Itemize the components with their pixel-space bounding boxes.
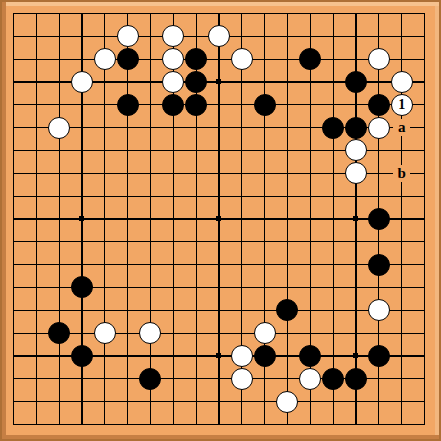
point-label-b: b xyxy=(393,165,410,182)
move-number-label: 1 xyxy=(398,98,405,112)
black-stone xyxy=(345,368,367,390)
star-point xyxy=(216,353,221,358)
black-stone xyxy=(368,254,390,276)
white-stone xyxy=(94,322,116,344)
black-stone xyxy=(345,117,367,139)
black-stone xyxy=(117,94,139,116)
black-stone xyxy=(368,94,390,116)
black-stone xyxy=(185,71,207,93)
grid-line-horizontal xyxy=(13,424,425,425)
black-stone xyxy=(162,94,184,116)
star-point xyxy=(216,79,221,84)
grid-line-horizontal xyxy=(13,264,425,265)
white-stone xyxy=(368,48,390,70)
black-stone xyxy=(299,345,321,367)
white-stone xyxy=(345,139,367,161)
black-stone xyxy=(368,345,390,367)
grid-line-vertical xyxy=(333,13,334,425)
star-point xyxy=(353,353,358,358)
black-stone xyxy=(71,345,93,367)
white-stone xyxy=(162,71,184,93)
star-point xyxy=(79,216,84,221)
grid-line-vertical xyxy=(424,13,425,425)
black-stone xyxy=(71,276,93,298)
black-stone xyxy=(185,48,207,70)
black-stone xyxy=(345,71,367,93)
black-stone xyxy=(299,48,321,70)
white-stone xyxy=(231,48,253,70)
white-stone xyxy=(162,25,184,47)
white-stone xyxy=(254,322,276,344)
white-stone xyxy=(94,48,116,70)
white-stone xyxy=(231,368,253,390)
black-stone xyxy=(117,48,139,70)
white-stone xyxy=(208,25,230,47)
star-point xyxy=(353,216,358,221)
grid-line-vertical xyxy=(287,13,288,425)
black-stone xyxy=(276,299,298,321)
white-stone xyxy=(345,162,367,184)
black-stone xyxy=(139,368,161,390)
black-stone xyxy=(322,368,344,390)
go-board: 1ab xyxy=(0,0,441,441)
white-stone xyxy=(48,117,70,139)
white-stone xyxy=(162,48,184,70)
grid-line-horizontal xyxy=(13,310,425,311)
black-stone xyxy=(322,117,344,139)
white-stone xyxy=(276,391,298,413)
white-stone xyxy=(368,299,390,321)
marked-white-stone: 1 xyxy=(391,94,413,116)
white-stone xyxy=(368,117,390,139)
white-stone xyxy=(117,25,139,47)
grid-line-horizontal xyxy=(13,241,425,242)
white-stone xyxy=(139,322,161,344)
black-stone xyxy=(368,208,390,230)
white-stone xyxy=(71,71,93,93)
black-stone xyxy=(254,345,276,367)
white-stone xyxy=(299,368,321,390)
white-stone xyxy=(391,71,413,93)
point-label-a: a xyxy=(393,119,410,136)
white-stone xyxy=(231,345,253,367)
star-point xyxy=(216,216,221,221)
black-stone xyxy=(185,94,207,116)
grid-line-horizontal xyxy=(13,333,425,334)
grid-line-horizontal xyxy=(13,401,425,402)
black-stone xyxy=(48,322,70,344)
black-stone xyxy=(254,94,276,116)
